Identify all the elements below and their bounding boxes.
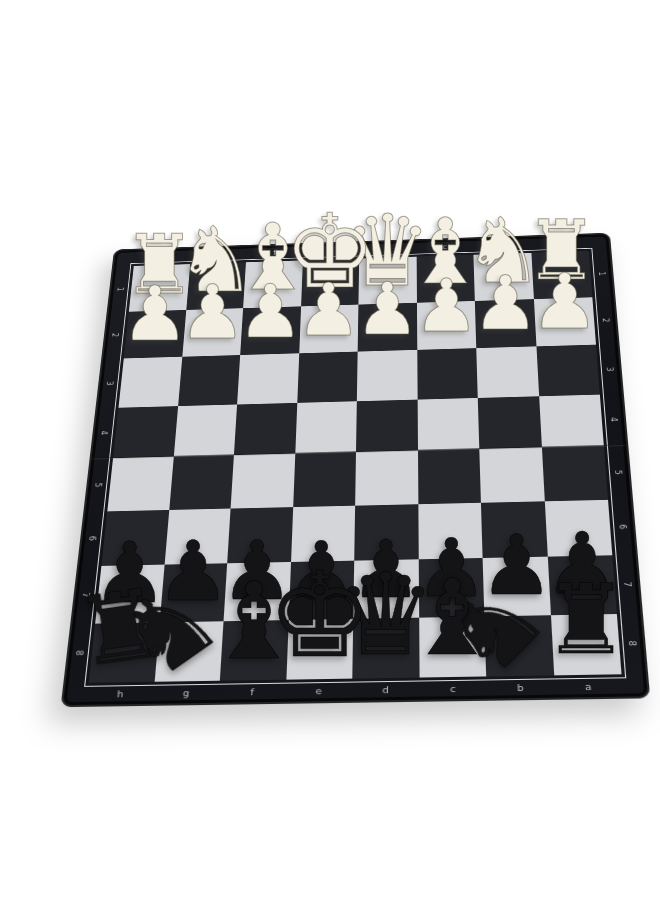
stage: hgfedcba hgfedcba 12345678 12345678 ♜♞♝♚… <box>0 0 660 900</box>
rank-label-4: 4 <box>100 430 109 435</box>
file-label-h: h <box>117 689 124 699</box>
square-f4[interactable] <box>234 402 297 455</box>
square-a3[interactable] <box>536 345 600 396</box>
white-pawn[interactable]: ♟ <box>296 274 361 347</box>
square-a4[interactable] <box>539 394 604 447</box>
square-c5[interactable] <box>417 449 480 504</box>
black-rook[interactable]: ♜ <box>71 575 169 681</box>
square-d4[interactable] <box>356 399 417 452</box>
rank-label-3: 3 <box>105 381 114 386</box>
white-pawn[interactable]: ♟ <box>472 267 539 342</box>
black-rook[interactable]: ♜ <box>543 572 629 668</box>
file-label-f: f <box>250 687 254 697</box>
square-e5[interactable] <box>293 452 356 507</box>
square-d5[interactable] <box>355 450 418 505</box>
square-h5[interactable] <box>107 457 173 511</box>
white-pawn[interactable]: ♟ <box>121 277 189 353</box>
square-g4[interactable] <box>173 404 237 457</box>
rank-label-3: 3 <box>605 367 614 372</box>
rank-label-1: 1 <box>598 271 606 275</box>
file-label-a: a <box>585 682 592 692</box>
square-g3[interactable] <box>178 355 241 406</box>
square-f3[interactable] <box>237 353 299 404</box>
square-e3[interactable] <box>297 352 358 403</box>
file-label-c: c <box>450 684 456 694</box>
square-b4[interactable] <box>478 396 542 449</box>
file-label-d: d <box>382 685 389 695</box>
square-d3[interactable] <box>357 350 417 401</box>
rank-label-2: 2 <box>111 333 119 337</box>
square-e4[interactable] <box>295 401 357 454</box>
square-c4[interactable] <box>417 398 479 451</box>
rank-label-5: 5 <box>614 470 623 475</box>
file-label-e: e <box>315 686 322 696</box>
square-b5[interactable] <box>479 447 544 502</box>
white-pawn[interactable]: ♟ <box>355 273 420 345</box>
white-pawn[interactable]: ♟ <box>530 264 598 340</box>
square-f5[interactable] <box>231 454 295 509</box>
square-h3[interactable] <box>119 357 182 408</box>
rank-label-4: 4 <box>609 417 618 422</box>
square-a5[interactable] <box>541 446 608 501</box>
white-pawn[interactable]: ♟ <box>414 270 479 343</box>
white-pawn[interactable]: ♟ <box>237 275 303 349</box>
rank-label-2: 2 <box>601 318 610 322</box>
square-h4[interactable] <box>113 406 178 458</box>
white-pawn[interactable]: ♟ <box>179 276 246 351</box>
square-b3[interactable] <box>476 346 538 397</box>
square-g5[interactable] <box>169 455 234 509</box>
square-c3[interactable] <box>417 348 478 399</box>
rank-label-5: 5 <box>94 482 103 487</box>
